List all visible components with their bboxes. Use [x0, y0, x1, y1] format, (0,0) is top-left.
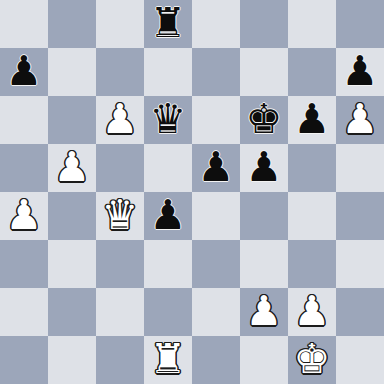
- square-e8[interactable]: [192, 0, 240, 48]
- square-d1[interactable]: ♜: [144, 336, 192, 384]
- square-c7[interactable]: [96, 48, 144, 96]
- square-f7[interactable]: [240, 48, 288, 96]
- piece-black-pawn[interactable]: ♟: [198, 147, 235, 188]
- piece-white-pawn[interactable]: ♟: [102, 99, 139, 140]
- square-b4[interactable]: [48, 192, 96, 240]
- square-a5[interactable]: [0, 144, 48, 192]
- square-b1[interactable]: [48, 336, 96, 384]
- square-h8[interactable]: [336, 0, 384, 48]
- piece-black-queen[interactable]: ♛: [150, 99, 187, 140]
- piece-black-king[interactable]: ♚: [246, 99, 283, 140]
- square-g2[interactable]: ♟: [288, 288, 336, 336]
- square-h2[interactable]: [336, 288, 384, 336]
- square-c8[interactable]: [96, 0, 144, 48]
- square-e6[interactable]: [192, 96, 240, 144]
- square-g3[interactable]: [288, 240, 336, 288]
- square-e1[interactable]: [192, 336, 240, 384]
- square-c6[interactable]: ♟: [96, 96, 144, 144]
- square-f4[interactable]: [240, 192, 288, 240]
- square-a7[interactable]: ♟: [0, 48, 48, 96]
- square-c3[interactable]: [96, 240, 144, 288]
- square-e3[interactable]: [192, 240, 240, 288]
- chess-board: ♜♟♟♟♛♚♟♟♟♟♟♟♛♟♟♟♜♚: [0, 0, 384, 384]
- piece-black-pawn[interactable]: ♟: [342, 51, 379, 92]
- square-a1[interactable]: [0, 336, 48, 384]
- square-f1[interactable]: [240, 336, 288, 384]
- square-e4[interactable]: [192, 192, 240, 240]
- square-h4[interactable]: [336, 192, 384, 240]
- square-c4[interactable]: ♛: [96, 192, 144, 240]
- piece-black-pawn[interactable]: ♟: [150, 195, 187, 236]
- square-b8[interactable]: [48, 0, 96, 48]
- square-a6[interactable]: [0, 96, 48, 144]
- piece-white-pawn[interactable]: ♟: [294, 291, 331, 332]
- piece-white-pawn[interactable]: ♟: [246, 291, 283, 332]
- square-h5[interactable]: [336, 144, 384, 192]
- square-c5[interactable]: [96, 144, 144, 192]
- square-g7[interactable]: [288, 48, 336, 96]
- square-b6[interactable]: [48, 96, 96, 144]
- piece-white-king[interactable]: ♚: [294, 339, 331, 380]
- square-g5[interactable]: [288, 144, 336, 192]
- square-a2[interactable]: [0, 288, 48, 336]
- square-a4[interactable]: ♟: [0, 192, 48, 240]
- square-e5[interactable]: ♟: [192, 144, 240, 192]
- square-h6[interactable]: ♟: [336, 96, 384, 144]
- square-f8[interactable]: [240, 0, 288, 48]
- square-d5[interactable]: [144, 144, 192, 192]
- square-a3[interactable]: [0, 240, 48, 288]
- square-h7[interactable]: ♟: [336, 48, 384, 96]
- square-b3[interactable]: [48, 240, 96, 288]
- square-f5[interactable]: ♟: [240, 144, 288, 192]
- square-f6[interactable]: ♚: [240, 96, 288, 144]
- square-c1[interactable]: [96, 336, 144, 384]
- square-g8[interactable]: [288, 0, 336, 48]
- square-h1[interactable]: [336, 336, 384, 384]
- piece-white-queen[interactable]: ♛: [102, 195, 139, 236]
- piece-black-pawn[interactable]: ♟: [246, 147, 283, 188]
- square-e2[interactable]: [192, 288, 240, 336]
- square-d2[interactable]: [144, 288, 192, 336]
- square-c2[interactable]: [96, 288, 144, 336]
- piece-black-pawn[interactable]: ♟: [6, 51, 43, 92]
- square-f2[interactable]: ♟: [240, 288, 288, 336]
- piece-white-rook[interactable]: ♜: [150, 339, 187, 380]
- square-a8[interactable]: [0, 0, 48, 48]
- square-b2[interactable]: [48, 288, 96, 336]
- square-d6[interactable]: ♛: [144, 96, 192, 144]
- piece-white-pawn[interactable]: ♟: [342, 99, 379, 140]
- square-d4[interactable]: ♟: [144, 192, 192, 240]
- piece-white-pawn[interactable]: ♟: [6, 195, 43, 236]
- piece-black-rook[interactable]: ♜: [150, 3, 187, 44]
- piece-black-pawn[interactable]: ♟: [294, 99, 331, 140]
- square-f3[interactable]: [240, 240, 288, 288]
- square-e7[interactable]: [192, 48, 240, 96]
- square-g6[interactable]: ♟: [288, 96, 336, 144]
- square-d8[interactable]: ♜: [144, 0, 192, 48]
- square-b7[interactable]: [48, 48, 96, 96]
- piece-white-pawn[interactable]: ♟: [54, 147, 91, 188]
- square-g4[interactable]: [288, 192, 336, 240]
- square-b5[interactable]: ♟: [48, 144, 96, 192]
- square-d3[interactable]: [144, 240, 192, 288]
- square-g1[interactable]: ♚: [288, 336, 336, 384]
- square-h3[interactable]: [336, 240, 384, 288]
- square-d7[interactable]: [144, 48, 192, 96]
